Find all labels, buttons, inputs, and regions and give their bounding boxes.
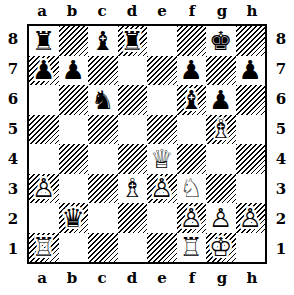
square-b8[interactable] (59, 26, 89, 56)
square-g7[interactable] (206, 56, 236, 86)
file-label-d: d (117, 268, 147, 288)
rank-labels-left: 87654321 (0, 24, 26, 264)
square-h6[interactable] (236, 85, 266, 115)
square-h2[interactable]: ♙ (236, 203, 266, 233)
rank-label-4: 4 (0, 144, 26, 174)
square-a8[interactable]: ♜ (29, 26, 59, 56)
square-a6[interactable] (29, 85, 59, 115)
square-b6[interactable] (59, 85, 89, 115)
square-a7[interactable]: ♟ (29, 56, 59, 86)
square-f4[interactable] (177, 144, 207, 174)
file-label-g: g (207, 268, 237, 288)
white-king-g1[interactable]: ♔ (209, 234, 232, 260)
black-rook-d8[interactable]: ♜ (121, 28, 144, 54)
file-label-g: g (207, 1, 237, 21)
square-f5[interactable] (177, 115, 207, 145)
square-d5[interactable] (118, 115, 148, 145)
square-f8[interactable] (177, 26, 207, 56)
black-bishop-f6[interactable]: ♝ (180, 87, 203, 113)
rank-label-7: 7 (268, 54, 294, 84)
square-e8[interactable] (147, 26, 177, 56)
square-d3[interactable]: ♗ (118, 174, 148, 204)
black-knight-c6[interactable]: ♞ (91, 87, 114, 113)
square-a3[interactable]: ♙ (29, 174, 59, 204)
square-h4[interactable] (236, 144, 266, 174)
square-c7[interactable] (88, 56, 118, 86)
file-label-a: a (27, 268, 57, 288)
file-label-d: d (117, 1, 147, 21)
black-king-g8[interactable]: ♚ (209, 28, 232, 54)
square-b1[interactable] (59, 233, 89, 263)
square-f7[interactable]: ♟ (177, 56, 207, 86)
square-c2[interactable] (88, 203, 118, 233)
square-a5[interactable] (29, 115, 59, 145)
square-e5[interactable] (147, 115, 177, 145)
black-pawn-f7[interactable]: ♟ (180, 57, 203, 83)
black-pawn-g6[interactable]: ♟ (209, 87, 232, 113)
square-c4[interactable] (88, 144, 118, 174)
square-f6[interactable]: ♝ (177, 85, 207, 115)
square-e3[interactable]: ♙ (147, 174, 177, 204)
square-a2[interactable] (29, 203, 59, 233)
square-d1[interactable] (118, 233, 148, 263)
square-d6[interactable] (118, 85, 148, 115)
white-pawn-f2[interactable]: ♙ (180, 205, 203, 231)
file-labels-bottom: abcdefgh (27, 268, 267, 288)
rank-label-1: 1 (0, 234, 26, 264)
white-queen-e4[interactable]: ♕ (150, 146, 173, 172)
white-bishop-d3[interactable]: ♗ (121, 175, 144, 201)
square-f2[interactable]: ♙ (177, 203, 207, 233)
rank-label-2: 2 (0, 204, 26, 234)
file-label-e: e (147, 268, 177, 288)
rank-label-3: 3 (268, 174, 294, 204)
square-c1[interactable] (88, 233, 118, 263)
white-pawn-a3[interactable]: ♙ (32, 175, 55, 201)
square-h1[interactable] (236, 233, 266, 263)
square-d2[interactable] (118, 203, 148, 233)
square-h5[interactable] (236, 115, 266, 145)
square-h7[interactable]: ♟ (236, 56, 266, 86)
file-label-h: h (237, 268, 267, 288)
square-a1[interactable]: ♖ (29, 233, 59, 263)
square-g8[interactable]: ♚ (206, 26, 236, 56)
square-c5[interactable] (88, 115, 118, 145)
rank-label-8: 8 (0, 24, 26, 54)
rank-label-6: 6 (0, 84, 26, 114)
square-c3[interactable] (88, 174, 118, 204)
square-b5[interactable] (59, 115, 89, 145)
square-g6[interactable]: ♟ (206, 85, 236, 115)
white-knight-f3[interactable]: ♘ (180, 175, 203, 201)
file-label-h: h (237, 1, 267, 21)
rank-label-5: 5 (268, 114, 294, 144)
file-label-c: c (87, 268, 117, 288)
square-h3[interactable] (236, 174, 266, 204)
square-f1[interactable]: ♖ (177, 233, 207, 263)
square-e6[interactable] (147, 85, 177, 115)
square-a4[interactable] (29, 144, 59, 174)
square-b3[interactable] (59, 174, 89, 204)
rank-label-4: 4 (268, 144, 294, 174)
square-b7[interactable]: ♟ (59, 56, 89, 86)
square-g2[interactable]: ♙ (206, 203, 236, 233)
black-queen-b2[interactable]: ♛ (62, 205, 85, 231)
chess-board: ♜♝♜♚♟♟♟♟♞♝♟♗♕♙♗♙♘♛♙♙♙♖♖♔ (27, 24, 267, 264)
white-pawn-g2[interactable]: ♙ (209, 205, 232, 231)
square-e1[interactable] (147, 233, 177, 263)
square-e4[interactable]: ♕ (147, 144, 177, 174)
square-g3[interactable] (206, 174, 236, 204)
file-label-b: b (57, 1, 87, 21)
square-g5[interactable]: ♗ (206, 115, 236, 145)
white-rook-f1[interactable]: ♖ (180, 234, 203, 260)
black-pawn-a7[interactable]: ♟ (32, 57, 55, 83)
black-rook-a8[interactable]: ♜ (32, 28, 55, 54)
square-e7[interactable] (147, 56, 177, 86)
file-label-f: f (177, 1, 207, 21)
square-c6[interactable]: ♞ (88, 85, 118, 115)
square-g1[interactable]: ♔ (206, 233, 236, 263)
chess-diagram: abcdefgh 87654321 ♜♝♜♚♟♟♟♟♞♝♟♗♕♙♗♙♘♛♙♙♙♖… (0, 0, 294, 295)
file-label-a: a (27, 1, 57, 21)
black-bishop-c8[interactable]: ♝ (91, 28, 114, 54)
rank-labels-right: 87654321 (268, 24, 294, 264)
file-labels-top: abcdefgh (27, 1, 267, 21)
rank-label-7: 7 (0, 54, 26, 84)
square-e2[interactable] (147, 203, 177, 233)
square-d8[interactable]: ♜ (118, 26, 148, 56)
square-d4[interactable] (118, 144, 148, 174)
rank-label-6: 6 (268, 84, 294, 114)
black-pawn-h7[interactable]: ♟ (239, 57, 262, 83)
square-c8[interactable]: ♝ (88, 26, 118, 56)
square-h8[interactable] (236, 26, 266, 56)
white-bishop-g5[interactable]: ♗ (209, 116, 232, 142)
square-b2[interactable]: ♛ (59, 203, 89, 233)
square-b4[interactable] (59, 144, 89, 174)
rank-label-5: 5 (0, 114, 26, 144)
rank-label-3: 3 (0, 174, 26, 204)
file-label-b: b (57, 268, 87, 288)
square-d7[interactable] (118, 56, 148, 86)
rank-label-2: 2 (268, 204, 294, 234)
square-g4[interactable] (206, 144, 236, 174)
white-pawn-e3[interactable]: ♙ (150, 175, 173, 201)
file-label-e: e (147, 1, 177, 21)
white-pawn-h2[interactable]: ♙ (239, 205, 262, 231)
square-f3[interactable]: ♘ (177, 174, 207, 204)
rank-label-8: 8 (268, 24, 294, 54)
file-label-c: c (87, 1, 117, 21)
file-label-f: f (177, 268, 207, 288)
rank-label-1: 1 (268, 234, 294, 264)
black-pawn-b7[interactable]: ♟ (62, 57, 85, 83)
white-rook-a1[interactable]: ♖ (32, 234, 55, 260)
